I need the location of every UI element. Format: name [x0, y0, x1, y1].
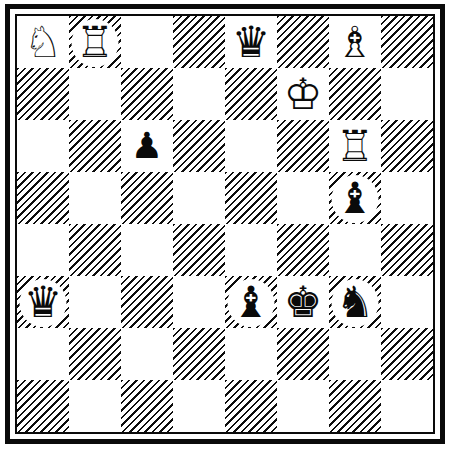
square-g8[interactable]: ♗	[329, 16, 381, 68]
square-f7[interactable]: ♔	[277, 68, 329, 120]
square-c5[interactable]	[121, 172, 173, 224]
square-a8[interactable]: ♘	[17, 16, 69, 68]
black-bishop-g5[interactable]: ♝	[329, 172, 381, 224]
square-d7[interactable]	[173, 68, 225, 120]
white-rook-b8[interactable]: ♖	[69, 16, 121, 68]
board-frame: ♘♖♛♗♔♟♖♝♛♝♚♞	[5, 4, 445, 444]
square-h2[interactable]	[381, 328, 433, 380]
square-f3[interactable]: ♚	[277, 276, 329, 328]
square-d2[interactable]	[173, 328, 225, 380]
square-b7[interactable]	[69, 68, 121, 120]
square-b4[interactable]	[69, 224, 121, 276]
square-b3[interactable]	[69, 276, 121, 328]
square-d3[interactable]	[173, 276, 225, 328]
square-b6[interactable]	[69, 120, 121, 172]
square-f4[interactable]	[277, 224, 329, 276]
square-b5[interactable]	[69, 172, 121, 224]
square-g3[interactable]: ♞	[329, 276, 381, 328]
black-knight-g3[interactable]: ♞	[329, 276, 381, 328]
square-g7[interactable]	[329, 68, 381, 120]
square-c6[interactable]: ♟	[121, 120, 173, 172]
white-knight-a8[interactable]: ♘	[17, 16, 69, 68]
square-g4[interactable]	[329, 224, 381, 276]
chessboard: ♘♖♛♗♔♟♖♝♛♝♚♞	[15, 14, 435, 434]
square-d4[interactable]	[173, 224, 225, 276]
square-h5[interactable]	[381, 172, 433, 224]
square-h6[interactable]	[381, 120, 433, 172]
square-a2[interactable]	[17, 328, 69, 380]
square-e3[interactable]: ♝	[225, 276, 277, 328]
square-b8[interactable]: ♖	[69, 16, 121, 68]
white-king-f7[interactable]: ♔	[277, 68, 329, 120]
black-queen-e8[interactable]: ♛	[225, 16, 277, 68]
square-h1[interactable]	[381, 380, 433, 432]
square-e6[interactable]	[225, 120, 277, 172]
square-a7[interactable]	[17, 68, 69, 120]
square-g1[interactable]	[329, 380, 381, 432]
square-d8[interactable]	[173, 16, 225, 68]
black-pawn-c6[interactable]: ♟	[121, 120, 173, 172]
square-f8[interactable]	[277, 16, 329, 68]
square-d5[interactable]	[173, 172, 225, 224]
white-bishop-g8[interactable]: ♗	[329, 16, 381, 68]
square-d6[interactable]	[173, 120, 225, 172]
square-h3[interactable]	[381, 276, 433, 328]
square-f5[interactable]	[277, 172, 329, 224]
square-b1[interactable]	[69, 380, 121, 432]
white-rook-g6[interactable]: ♖	[329, 120, 381, 172]
square-g6[interactable]: ♖	[329, 120, 381, 172]
square-c2[interactable]	[121, 328, 173, 380]
square-g2[interactable]	[329, 328, 381, 380]
square-g5[interactable]: ♝	[329, 172, 381, 224]
square-c4[interactable]	[121, 224, 173, 276]
square-e5[interactable]	[225, 172, 277, 224]
square-b2[interactable]	[69, 328, 121, 380]
square-h8[interactable]	[381, 16, 433, 68]
square-e4[interactable]	[225, 224, 277, 276]
square-e8[interactable]: ♛	[225, 16, 277, 68]
square-e7[interactable]	[225, 68, 277, 120]
square-a5[interactable]	[17, 172, 69, 224]
square-e1[interactable]	[225, 380, 277, 432]
square-f2[interactable]	[277, 328, 329, 380]
square-h4[interactable]	[381, 224, 433, 276]
black-king-f3[interactable]: ♚	[277, 276, 329, 328]
square-c8[interactable]	[121, 16, 173, 68]
square-d1[interactable]	[173, 380, 225, 432]
black-queen-a3[interactable]: ♛	[17, 276, 69, 328]
black-bishop-e3[interactable]: ♝	[225, 276, 277, 328]
square-c3[interactable]	[121, 276, 173, 328]
square-c1[interactable]	[121, 380, 173, 432]
square-a3[interactable]: ♛	[17, 276, 69, 328]
square-a4[interactable]	[17, 224, 69, 276]
square-f6[interactable]	[277, 120, 329, 172]
square-f1[interactable]	[277, 380, 329, 432]
square-h7[interactable]	[381, 68, 433, 120]
square-a1[interactable]	[17, 380, 69, 432]
square-e2[interactable]	[225, 328, 277, 380]
square-a6[interactable]	[17, 120, 69, 172]
square-c7[interactable]	[121, 68, 173, 120]
